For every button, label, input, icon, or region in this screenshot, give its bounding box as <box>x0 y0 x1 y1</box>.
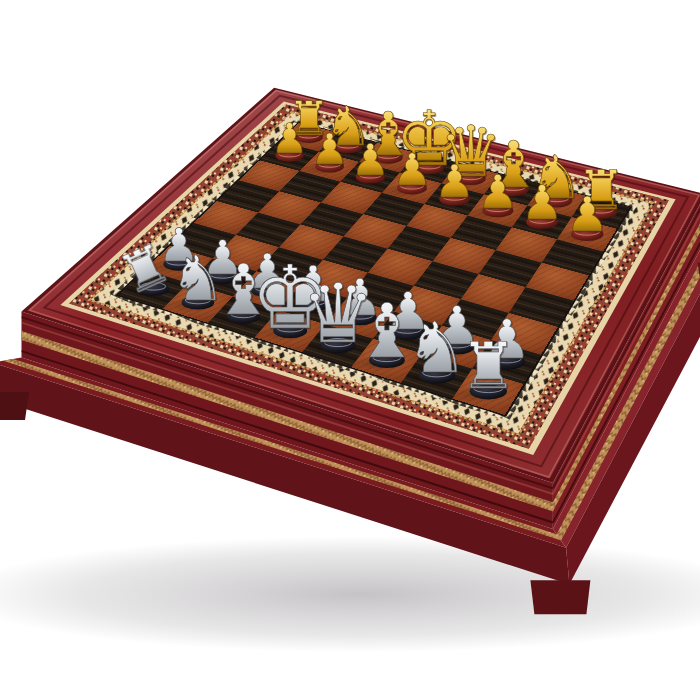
piece-silver-rook-h1[interactable]: ♜ <box>456 329 517 403</box>
piece-gold-pawn-a7[interactable]: ♟ <box>265 114 308 164</box>
pawn-glyph: ♟ <box>392 144 432 195</box>
pawn-glyph: ♟ <box>434 155 475 208</box>
pawn-glyph: ♟ <box>477 165 518 219</box>
chess-set-photo: ♜♞♟♝♟♚♟♛♟♝♟♞♟♜♟♟♟♟♜♟♞♟♝♟♚♟♛♟♝♟♞♜ <box>0 0 700 700</box>
piece-gold-pawn-f7[interactable]: ♟ <box>471 165 519 220</box>
pawn-glyph: ♟ <box>271 114 308 163</box>
pawn-glyph: ♟ <box>566 186 609 242</box>
piece-gold-pawn-c7[interactable]: ♟ <box>345 135 390 187</box>
pawn-glyph: ♟ <box>521 175 563 230</box>
piece-gold-pawn-e7[interactable]: ♟ <box>428 155 475 209</box>
piece-gold-pawn-b7[interactable]: ♟ <box>305 124 349 175</box>
piece-gold-pawn-d7[interactable]: ♟ <box>386 144 432 197</box>
piece-gold-pawn-g7[interactable]: ♟ <box>514 175 563 232</box>
piece-gold-pawn-h7[interactable]: ♟ <box>559 186 609 244</box>
pawn-glyph: ♟ <box>351 135 390 185</box>
pawn-glyph: ♟ <box>311 124 349 174</box>
chess-pieces-svg: ♜♞♟♝♟♚♟♛♟♝♟♞♟♜♟♟♟♟♜♟♞♟♝♟♚♟♛♟♝♟♞♜ <box>0 0 700 700</box>
rook-glyph: ♜ <box>460 329 517 403</box>
